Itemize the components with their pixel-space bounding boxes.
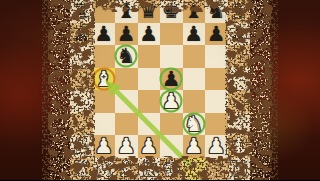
piece-black-rook: ♜ [72,0,91,23]
square-a8[interactable]: ♜ [70,0,93,23]
square-g8[interactable]: ♞ [205,0,228,23]
square-b6[interactable] [93,45,116,68]
square-c5[interactable] [115,68,138,91]
square-f8[interactable]: ♝ [183,0,206,23]
piece-white-pawn: ♟ [72,135,91,158]
square-a4[interactable] [70,90,93,113]
square-f2[interactable]: ♟ [183,135,206,158]
piece-black-pawn: ♟ [117,23,136,46]
square-a5[interactable] [70,68,93,91]
piece-white-bishop: ♝ [117,158,136,181]
square-g3[interactable] [205,113,228,136]
square-h5[interactable] [228,68,251,91]
square-c8[interactable]: ♝ [115,0,138,23]
square-b1[interactable]: ♞ [93,158,116,181]
square-g2[interactable]: ♟ [205,135,228,158]
piece-white-knight: ♞ [94,158,113,181]
square-h7[interactable]: ♟ [228,23,251,46]
square-g6[interactable] [205,45,228,68]
square-f1[interactable] [183,158,206,181]
piece-black-pawn: ♟ [94,23,113,46]
chess-thumbnail-scene: ♜♝♛♚♝♞♜♟♟♟♟♟♟♟♞♝♟♟♞♟♟♟♟♟♟♟♜♞♝♛♚♜ [0,0,320,180]
square-c1[interactable]: ♝ [115,158,138,181]
piece-black-queen: ♛ [139,0,158,23]
square-a1[interactable]: ♜ [70,158,93,181]
square-c3[interactable] [115,113,138,136]
piece-black-knight: ♞ [207,0,226,23]
piece-white-queen: ♛ [139,158,158,181]
piece-black-pawn: ♟ [72,23,91,46]
piece-black-knight: ♞ [117,45,136,68]
piece-black-rook: ♜ [229,0,248,23]
square-f5[interactable] [183,68,206,91]
square-d4[interactable] [138,90,161,113]
square-b8[interactable] [93,0,116,23]
piece-black-bishop: ♝ [184,0,203,23]
square-b5[interactable]: ♝ [93,68,116,91]
square-g4[interactable] [205,90,228,113]
square-e1[interactable]: ♚ [160,158,183,181]
piece-white-rook: ♜ [229,158,248,181]
piece-black-pawn: ♟ [184,23,203,46]
square-f7[interactable]: ♟ [183,23,206,46]
square-d8[interactable]: ♛ [138,0,161,23]
square-f4[interactable] [183,90,206,113]
square-a2[interactable]: ♟ [70,135,93,158]
square-e4[interactable]: ♟ [160,90,183,113]
square-d3[interactable] [138,113,161,136]
piece-black-pawn: ♟ [139,23,158,46]
piece-black-pawn: ♟ [229,23,248,46]
square-e8[interactable]: ♚ [160,0,183,23]
square-a3[interactable] [70,113,93,136]
square-d2[interactable]: ♟ [138,135,161,158]
square-e5[interactable]: ♟ [160,68,183,91]
square-g7[interactable]: ♟ [205,23,228,46]
piece-white-pawn: ♟ [162,90,181,113]
square-h6[interactable] [228,45,251,68]
square-h2[interactable]: ♟ [228,135,251,158]
square-f3[interactable]: ♞ [183,113,206,136]
piece-white-knight: ♞ [184,113,203,136]
square-e7[interactable] [160,23,183,46]
square-h1[interactable]: ♜ [228,158,251,181]
piece-black-pawn: ♟ [162,68,181,91]
square-b3[interactable] [93,113,116,136]
piece-white-pawn: ♟ [229,135,248,158]
square-b7[interactable]: ♟ [93,23,116,46]
piece-black-pawn: ♟ [207,23,226,46]
piece-white-bishop: ♝ [94,68,113,91]
piece-white-pawn: ♟ [94,135,113,158]
square-c7[interactable]: ♟ [115,23,138,46]
piece-black-king: ♚ [162,0,181,23]
square-e3[interactable] [160,113,183,136]
square-a7[interactable]: ♟ [70,23,93,46]
piece-white-rook: ♜ [72,158,91,181]
piece-white-king: ♚ [162,158,181,181]
square-h4[interactable] [228,90,251,113]
square-c2[interactable]: ♟ [115,135,138,158]
square-d5[interactable] [138,68,161,91]
piece-white-pawn: ♟ [139,135,158,158]
square-a6[interactable] [70,45,93,68]
square-h8[interactable]: ♜ [228,0,251,23]
piece-black-bishop: ♝ [117,0,136,23]
chess-board: ♜♝♛♚♝♞♜♟♟♟♟♟♟♟♞♝♟♟♞♟♟♟♟♟♟♟♜♞♝♛♚♜ [70,0,250,180]
square-d1[interactable]: ♛ [138,158,161,181]
square-e6[interactable] [160,45,183,68]
square-b4[interactable] [93,90,116,113]
piece-white-pawn: ♟ [184,135,203,158]
square-d7[interactable]: ♟ [138,23,161,46]
square-f6[interactable] [183,45,206,68]
square-b2[interactable]: ♟ [93,135,116,158]
square-d6[interactable] [138,45,161,68]
square-g5[interactable] [205,68,228,91]
square-g1[interactable] [205,158,228,181]
piece-white-pawn: ♟ [207,135,226,158]
piece-white-pawn: ♟ [117,135,136,158]
square-e2[interactable] [160,135,183,158]
square-h3[interactable] [228,113,251,136]
square-c4[interactable] [115,90,138,113]
square-c6[interactable]: ♞ [115,45,138,68]
